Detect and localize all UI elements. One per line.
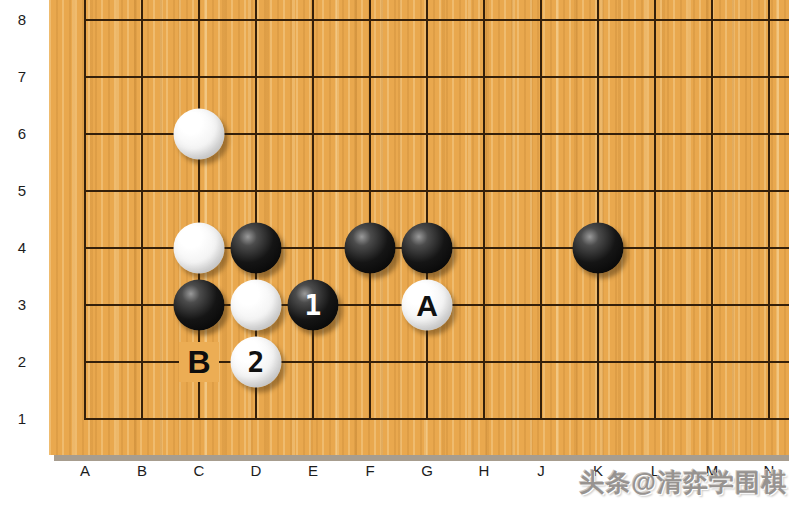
row-label-5: 5 (0, 182, 44, 199)
grid-line-col-N (768, 0, 770, 420)
row-label-6: 6 (0, 125, 44, 142)
go-stone-black-K4[interactable] (573, 223, 624, 274)
grid-line-col-K (597, 0, 599, 420)
grid-line-col-E (312, 0, 314, 420)
empty-point-label-B[interactable]: B (179, 342, 219, 382)
move-number-label-2: 2 (248, 348, 265, 376)
col-label-D: D (241, 462, 271, 479)
point-letter-label-A: A (416, 290, 438, 320)
grid-line-row-7 (85, 76, 789, 78)
go-board: 1A2B (49, 0, 789, 455)
row-label-2: 2 (0, 353, 44, 370)
grid-line-row-8 (85, 19, 789, 21)
go-stone-white-D2[interactable]: 2 (231, 337, 282, 388)
row-label-7: 7 (0, 68, 44, 85)
grid-line-col-B (141, 0, 143, 420)
col-label-G: G (412, 462, 442, 479)
grid-line-col-F (369, 0, 371, 420)
row-label-3: 3 (0, 296, 44, 313)
go-stone-white-C6[interactable] (174, 109, 225, 160)
row-label-1: 1 (0, 410, 44, 427)
col-label-B: B (127, 462, 157, 479)
grid-line-col-H (483, 0, 485, 420)
col-label-F: F (355, 462, 385, 479)
go-stone-black-F4[interactable] (345, 223, 396, 274)
go-stone-black-C3[interactable] (174, 280, 225, 331)
col-label-E: E (298, 462, 328, 479)
grid-line-row-1 (85, 418, 789, 420)
go-stone-white-C4[interactable] (174, 223, 225, 274)
grid-line-col-J (540, 0, 542, 420)
col-label-J: J (526, 462, 556, 479)
col-label-H: H (469, 462, 499, 479)
row-label-8: 8 (0, 11, 44, 28)
go-stone-black-E3[interactable]: 1 (288, 280, 339, 331)
grid-line-row-5 (85, 190, 789, 192)
go-diagram: 1A2B 87654321 ABCDEFGHJKLMN 头条@清弈学围棋 (0, 0, 789, 507)
go-stone-black-D4[interactable] (231, 223, 282, 274)
watermark: 头条@清弈学围棋 (580, 466, 787, 499)
grid-line-col-G (426, 0, 428, 420)
go-stone-black-G4[interactable] (402, 223, 453, 274)
row-label-4: 4 (0, 239, 44, 256)
grid-line-col-A (84, 0, 86, 420)
col-label-C: C (184, 462, 214, 479)
grid-line-col-M (711, 0, 713, 420)
col-label-A: A (70, 462, 100, 479)
grid-line-col-L (654, 0, 656, 420)
go-stone-white-G3[interactable]: A (402, 280, 453, 331)
move-number-label-1: 1 (305, 291, 322, 319)
go-stone-white-D3[interactable] (231, 280, 282, 331)
row-coordinates: 87654321 (0, 0, 49, 455)
